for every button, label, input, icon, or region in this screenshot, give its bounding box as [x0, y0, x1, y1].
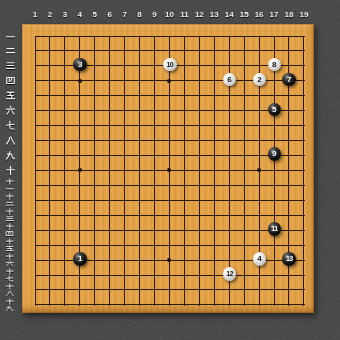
- grid-line-vertical-2: [49, 36, 50, 306]
- move-number: 13: [286, 252, 293, 266]
- move-number: 5: [272, 103, 276, 117]
- grid-line-horizontal-8: [35, 140, 305, 141]
- left-coordinate-8: [1, 134, 19, 147]
- star-point: [78, 79, 82, 83]
- stone-white-move-10[interactable]: 10: [163, 58, 177, 72]
- grid-line-horizontal-17: [35, 275, 305, 276]
- left-coordinate-16: [1, 253, 19, 268]
- grid-line-horizontal-15: [35, 245, 305, 246]
- grid-line-vertical-7: [124, 36, 125, 306]
- move-number: 4: [257, 252, 261, 266]
- star-point: [78, 168, 82, 172]
- star-point: [257, 168, 261, 172]
- move-number: 6: [227, 73, 231, 87]
- move-number: 11: [271, 222, 277, 236]
- left-coordinate-11: [1, 178, 19, 193]
- grid-line-vertical-17: [274, 36, 275, 306]
- grid-line-horizontal-6: [35, 110, 305, 111]
- grid-line-horizontal-19: [35, 304, 305, 305]
- stone-black-move-1[interactable]: 1: [73, 252, 87, 266]
- left-coordinate-6: [1, 104, 19, 117]
- grid-line-vertical-3: [64, 36, 65, 306]
- grid-line-vertical-13: [214, 36, 215, 306]
- left-coordinate-2: [1, 44, 19, 57]
- stone-black-move-13[interactable]: 13: [282, 252, 296, 266]
- move-number: 3: [78, 58, 82, 72]
- move-number: 10: [166, 58, 173, 72]
- move-number: 2: [257, 73, 261, 87]
- left-coordinate-18: [1, 282, 19, 297]
- grid-line-horizontal-14: [35, 230, 305, 231]
- stone-white-move-12[interactable]: 12: [223, 267, 237, 281]
- go-board[interactable]: 12345678910111213: [22, 24, 314, 313]
- stone-black-move-9[interactable]: 9: [268, 147, 282, 161]
- stone-white-move-6[interactable]: 6: [223, 73, 237, 87]
- star-point: [167, 258, 171, 262]
- left-coordinate-1: [1, 30, 19, 43]
- grid-line-horizontal-5: [35, 95, 305, 96]
- grid-line-vertical-5: [94, 36, 95, 306]
- stone-black-move-3[interactable]: 3: [73, 58, 87, 72]
- stone-white-move-4[interactable]: 4: [253, 252, 267, 266]
- grid-line-horizontal-1: [35, 36, 305, 37]
- go-diagram-screenshot: 12345678910111213141516171819 1234567891…: [0, 0, 340, 340]
- move-number: 1: [78, 252, 82, 266]
- grid-line-vertical-11: [184, 36, 185, 306]
- grid-line-horizontal-11: [35, 185, 305, 186]
- stone-white-move-2[interactable]: 2: [253, 73, 267, 87]
- top-coordinate-19: 19: [295, 9, 313, 20]
- grid-line-horizontal-13: [35, 215, 305, 216]
- move-number: 7: [287, 73, 291, 87]
- grid-line-vertical-19: [303, 36, 304, 306]
- move-number: 8: [272, 58, 276, 72]
- star-point: [167, 168, 171, 172]
- stone-black-move-11[interactable]: 11: [268, 222, 282, 236]
- left-coordinate-13: [1, 208, 19, 223]
- grid-line-horizontal-12: [35, 200, 305, 201]
- left-coordinate-4: [1, 74, 19, 87]
- move-number: 9: [272, 147, 276, 161]
- grid-line-vertical-6: [109, 36, 110, 306]
- grid-line-horizontal-9: [35, 155, 305, 156]
- grid-line-vertical-8: [139, 36, 140, 306]
- stone-white-move-8[interactable]: 8: [268, 58, 282, 72]
- left-coordinate-3: [1, 59, 19, 72]
- star-point: [167, 79, 171, 83]
- grid-line-horizontal-7: [35, 125, 305, 126]
- grid-line-horizontal-2: [35, 50, 305, 51]
- grid-line-vertical-15: [244, 36, 245, 306]
- left-coordinate-12: [1, 193, 19, 208]
- stone-black-move-5[interactable]: 5: [268, 103, 282, 117]
- move-number: 12: [226, 267, 233, 281]
- left-coordinate-9: [1, 149, 19, 162]
- left-coordinate-14: [1, 223, 19, 238]
- grid-line-horizontal-18: [35, 289, 305, 290]
- left-coordinate-19: [1, 297, 19, 312]
- left-coordinate-10: [1, 164, 19, 177]
- left-coordinate-17: [1, 267, 19, 282]
- grid-line-vertical-1: [35, 36, 36, 306]
- left-coordinate-15: [1, 238, 19, 253]
- stone-black-move-7[interactable]: 7: [282, 73, 296, 87]
- left-coordinate-5: [1, 89, 19, 102]
- grid-line-vertical-12: [199, 36, 200, 306]
- grid-line-vertical-9: [154, 36, 155, 306]
- left-coordinate-7: [1, 119, 19, 132]
